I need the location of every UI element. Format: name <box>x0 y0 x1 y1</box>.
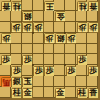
square-3-8[interactable] <box>65 76 76 87</box>
square-9-9[interactable] <box>0 87 11 98</box>
square-9-3[interactable] <box>0 22 11 33</box>
gote-歩-piece[interactable]: 歩 <box>11 22 22 33</box>
sente-歩-piece[interactable]: 歩 <box>11 66 22 77</box>
square-7-1[interactable] <box>22 0 33 11</box>
square-9-4[interactable]: 歩 <box>0 33 11 44</box>
sente-香-piece[interactable]: 香 <box>88 88 99 99</box>
square-1-5[interactable] <box>87 44 98 55</box>
square-8-3[interactable]: 歩 <box>11 22 22 33</box>
square-7-6[interactable]: 歩 <box>22 54 33 65</box>
square-6-9[interactable] <box>33 87 44 98</box>
square-6-1[interactable] <box>33 0 44 11</box>
gote-王-piece[interactable]: 王 <box>44 1 55 12</box>
square-5-2[interactable] <box>44 11 55 22</box>
square-5-7[interactable]: 歩 <box>44 65 55 76</box>
sente-歩-piece[interactable]: 歩 <box>66 66 77 77</box>
square-7-4[interactable] <box>22 33 33 44</box>
square-2-4[interactable] <box>76 33 87 44</box>
gote-歩-piece[interactable]: 歩 <box>33 22 44 33</box>
square-4-9[interactable]: 金 <box>54 87 65 98</box>
square-8-7[interactable]: 歩 <box>11 65 22 76</box>
sente-玉-piece[interactable]: 玉 <box>22 77 33 88</box>
sente-歩-piece[interactable]: 歩 <box>44 66 55 77</box>
square-1-9[interactable]: 香 <box>87 87 98 98</box>
square-8-8[interactable]: 銀 <box>11 76 22 87</box>
gote-桂-piece[interactable]: 桂 <box>77 1 88 12</box>
square-4-4[interactable]: 銀 <box>54 33 65 44</box>
square-7-5[interactable] <box>22 44 33 55</box>
square-8-2[interactable] <box>11 11 22 22</box>
sente-歩-piece[interactable]: 歩 <box>1 55 12 66</box>
square-6-8[interactable] <box>33 76 44 87</box>
square-6-7[interactable]: 歩 <box>33 65 44 76</box>
gote-歩-piece[interactable]: 歩 <box>1 33 12 44</box>
square-4-7[interactable] <box>54 65 65 76</box>
square-8-1[interactable]: 桂 <box>11 0 22 11</box>
square-2-9[interactable]: 桂 <box>76 87 87 98</box>
square-4-5[interactable] <box>54 44 65 55</box>
square-5-9[interactable] <box>44 87 55 98</box>
square-6-2[interactable] <box>33 11 44 22</box>
gote-香-piece[interactable]: 香 <box>88 1 99 12</box>
gote-歩-piece[interactable]: 歩 <box>66 33 77 44</box>
square-8-4[interactable] <box>11 33 22 44</box>
square-4-8[interactable] <box>54 76 65 87</box>
sente-歩-piece[interactable]: 歩 <box>77 55 88 66</box>
square-5-5[interactable] <box>44 44 55 55</box>
square-9-7[interactable] <box>0 65 11 76</box>
square-1-4[interactable] <box>87 33 98 44</box>
sente-金-piece[interactable]: 金 <box>22 88 33 99</box>
square-5-8[interactable] <box>44 76 55 87</box>
square-6-6[interactable] <box>33 54 44 65</box>
gote-歩-piece[interactable]: 歩 <box>77 22 88 33</box>
square-1-7[interactable]: 歩 <box>87 65 98 76</box>
square-1-3[interactable]: 歩 <box>87 22 98 33</box>
square-3-3[interactable] <box>65 22 76 33</box>
gote-金-piece[interactable]: 金 <box>55 11 66 22</box>
shogi-board: 香桂王桂香銀金歩歩歩歩歩歩歩銀歩歩歩歩歩歩歩歩歩馬銀玉桂金金桂香 <box>0 0 100 100</box>
square-2-6[interactable]: 歩 <box>76 54 87 65</box>
sente-金-piece[interactable]: 金 <box>55 88 66 99</box>
square-3-9[interactable] <box>65 87 76 98</box>
sente-歩-piece[interactable]: 歩 <box>33 66 44 77</box>
gote-銀-piece[interactable]: 銀 <box>22 11 33 22</box>
gote-桂-piece[interactable]: 桂 <box>11 1 22 12</box>
square-9-8[interactable]: 馬 <box>0 76 11 87</box>
square-1-2[interactable] <box>87 11 98 22</box>
square-5-1[interactable]: 王 <box>44 0 55 11</box>
gote-香-piece[interactable]: 香 <box>1 1 12 12</box>
square-5-6[interactable] <box>44 54 55 65</box>
square-2-2[interactable] <box>76 11 87 22</box>
square-1-6[interactable] <box>87 54 98 65</box>
square-1-1[interactable]: 香 <box>87 0 98 11</box>
square-3-2[interactable] <box>65 11 76 22</box>
square-6-3[interactable]: 歩 <box>33 22 44 33</box>
square-2-3[interactable]: 歩 <box>76 22 87 33</box>
square-3-6[interactable] <box>65 54 76 65</box>
square-7-2[interactable]: 銀 <box>22 11 33 22</box>
square-7-7[interactable] <box>22 65 33 76</box>
gote-歩-piece[interactable]: 歩 <box>44 33 55 44</box>
square-5-3[interactable] <box>44 22 55 33</box>
square-9-5[interactable] <box>0 44 11 55</box>
square-1-8[interactable] <box>87 76 98 87</box>
square-2-8[interactable] <box>76 76 87 87</box>
square-9-1[interactable]: 香 <box>0 0 11 11</box>
square-3-1[interactable] <box>65 0 76 11</box>
square-5-4[interactable]: 歩 <box>44 33 55 44</box>
sente-桂-piece[interactable]: 桂 <box>11 88 22 99</box>
square-2-1[interactable]: 桂 <box>76 0 87 11</box>
gote-銀-piece[interactable]: 銀 <box>55 33 66 44</box>
sente-桂-piece[interactable]: 桂 <box>77 88 88 99</box>
gote-馬-piece[interactable]: 馬 <box>1 77 12 88</box>
square-7-3[interactable]: 歩 <box>22 22 33 33</box>
square-2-5[interactable] <box>76 44 87 55</box>
square-8-5[interactable] <box>11 44 22 55</box>
square-9-6[interactable]: 歩 <box>0 54 11 65</box>
star-point <box>32 32 34 34</box>
gote-歩-piece[interactable]: 歩 <box>88 22 99 33</box>
square-6-5[interactable] <box>33 44 44 55</box>
square-9-2[interactable] <box>0 11 11 22</box>
square-4-1[interactable] <box>54 0 65 11</box>
square-8-9[interactable]: 桂 <box>11 87 22 98</box>
square-6-4[interactable] <box>33 33 44 44</box>
square-3-7[interactable]: 歩 <box>65 65 76 76</box>
square-7-8[interactable]: 玉 <box>22 76 33 87</box>
square-3-5[interactable] <box>65 44 76 55</box>
square-8-6[interactable] <box>11 54 22 65</box>
sente-銀-piece[interactable]: 銀 <box>11 77 22 88</box>
square-2-7[interactable] <box>76 65 87 76</box>
sente-歩-piece[interactable]: 歩 <box>88 66 99 77</box>
square-3-4[interactable]: 歩 <box>65 33 76 44</box>
square-4-2[interactable]: 金 <box>54 11 65 22</box>
square-4-3[interactable] <box>54 22 65 33</box>
square-7-9[interactable]: 金 <box>22 87 33 98</box>
